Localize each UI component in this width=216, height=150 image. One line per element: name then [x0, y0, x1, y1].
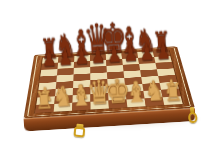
brass-hook-right — [186, 106, 200, 125]
board-frame: ♜♞♝♛♚♝♞♜♟♟♟♟♟♟♟♟♟♟♟♟♟♟♟♟♜♞♝♛♚♝♞♜ — [24, 46, 195, 118]
square-f1: ♝ — [127, 98, 146, 107]
brass-clasp-front — [71, 123, 87, 138]
perspective-scene: ♜♞♝♛♚♝♞♜♟♟♟♟♟♟♟♟♟♟♟♟♟♟♟♟♜♞♝♛♚♝♞♜ — [0, 0, 216, 150]
brass-hook-loop — [187, 111, 197, 123]
black-rook: ♜ — [152, 28, 172, 57]
black-rook: ♜ — [39, 35, 59, 64]
square-a1: ♜ — [35, 104, 54, 113]
square-h1: ♜ — [163, 96, 183, 105]
chess-board: ♜♞♝♛♚♝♞♜♟♟♟♟♟♟♟♟♟♟♟♟♟♟♟♟♜♞♝♛♚♝♞♜ — [34, 50, 184, 114]
brass-clasp-ring — [73, 127, 85, 138]
chess-set-photo: ♜♞♝♛♚♝♞♜♟♟♟♟♟♟♟♟♟♟♟♟♟♟♟♟♜♞♝♛♚♝♞♜ — [0, 0, 216, 150]
board-rotation-wrapper: ♜♞♝♛♚♝♞♜♟♟♟♟♟♟♟♟♟♟♟♟♟♟♟♟♜♞♝♛♚♝♞♜ — [0, 0, 216, 150]
